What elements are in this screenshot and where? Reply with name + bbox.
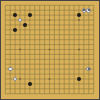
star-point [78, 49, 80, 51]
star-point [49, 19, 51, 21]
star-point [19, 78, 21, 80]
go-board[interactable] [0, 0, 100, 100]
stone-mark [88, 68, 90, 70]
stone-mark [88, 9, 90, 11]
stone-mark [83, 9, 85, 11]
star-point [19, 49, 21, 51]
star-point [49, 78, 51, 80]
white-stone-S18 [86, 8, 91, 13]
star-point [78, 19, 80, 21]
white-stone-B6 [8, 67, 13, 72]
star-point [49, 49, 51, 51]
